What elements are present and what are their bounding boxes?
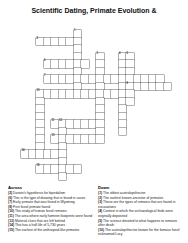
cell-r4c8[interactable] [81,60,89,68]
cell-r8c11[interactable] [104,90,112,98]
cell-r6c7[interactable] [74,75,82,83]
cell-r12c9[interactable] [89,120,97,128]
cell-r9c13[interactable] [119,98,127,106]
clue-number: (4) [98,209,103,213]
cell-r7c14[interactable]: 8 [126,83,134,91]
clue-number: (13) [8,219,15,223]
cell-r8c14[interactable] [126,90,134,98]
cell-r14c8[interactable] [81,135,89,143]
cell-r7c7[interactable] [74,83,82,91]
cell-r7c17[interactable] [149,83,157,91]
clue-number: (6) [8,196,13,200]
cell-number: 13 [52,135,55,138]
cell-r8c13[interactable] [119,90,127,98]
cell-r4c13[interactable] [119,60,127,68]
clue-item: (3) These are the types of remains that … [98,200,184,209]
cell-number: 7 [44,75,45,78]
cell-r6c6[interactable] [66,75,74,83]
cell-r6c4[interactable] [51,75,59,83]
page-title: Scientific Dating, Primate Evolution & [0,7,188,14]
cell-r6c8[interactable] [81,75,89,83]
cell-r12c4[interactable]: 11 [51,120,59,128]
cell-r12c8[interactable] [81,120,89,128]
cell-r16c0[interactable]: 14 [21,150,29,158]
cell-number: 2 [37,38,38,41]
cell-r8c10[interactable] [96,90,104,98]
cell-r6c17[interactable] [149,75,157,83]
clue-number: (14) [8,223,15,227]
clue-section: Across (2) Darwin's hypothesis for biped… [8,185,184,237]
across-clue-list: Across (2) Darwin's hypothesis for biped… [8,185,94,237]
cell-r6c9[interactable] [89,75,97,83]
cell-r13c10[interactable] [96,128,104,136]
cell-number: 14 [22,150,25,153]
cell-r13c5[interactable] [59,128,67,136]
cell-r1c2[interactable]: 2 [36,38,44,46]
clue-number: (8) [8,205,13,209]
cell-r12c6[interactable] [66,120,74,128]
cell-r6c14[interactable] [126,75,134,83]
clue-number: (15) [8,228,15,232]
cell-r14c5[interactable] [59,135,67,143]
cell-r6c12[interactable] [111,75,119,83]
clue-number: (5) [98,219,103,223]
cell-r12c13[interactable] [119,120,127,128]
across-header: Across [8,185,94,190]
cell-r14c4[interactable]: 13 [51,135,59,143]
clue-number: (10) [98,228,105,232]
cell-r18c3[interactable] [44,165,52,173]
cell-r11c2[interactable] [36,113,44,121]
cell-r8c8[interactable] [81,90,89,98]
cell-r11c13[interactable] [119,113,127,121]
cell-r1c7[interactable] [74,38,82,46]
cell-r0c7[interactable]: 1 [74,30,82,38]
cell-number: 6 [44,60,45,63]
cell-r18c2[interactable]: 15 [36,165,44,173]
cell-r10c10[interactable] [96,105,104,113]
cell-r7c13[interactable] [119,83,127,91]
cell-number: 5 [127,53,128,56]
cell-r5c7[interactable] [74,68,82,76]
cell-r19c5[interactable] [59,173,67,181]
cell-r6c16[interactable] [141,75,149,83]
cell-number: 8 [127,83,128,86]
cell-r4c10[interactable] [96,60,104,68]
cell-r5c10[interactable] [96,68,104,76]
clue-item: (15) The earliest of the anthropoid-like… [8,228,94,233]
cell-r7c16[interactable] [141,83,149,91]
cell-r16c1[interactable] [29,150,37,158]
cell-r14c7[interactable] [74,135,82,143]
cell-r8c12[interactable] [111,90,119,98]
cell-r6c15[interactable] [134,75,142,83]
cell-r14c2[interactable] [36,135,44,143]
cell-r10c13[interactable] [119,105,127,113]
cell-number: 12 [59,120,62,123]
cell-r9c2[interactable] [36,98,44,106]
cell-r6c18[interactable] [156,75,164,83]
cell-r8c9[interactable] [89,90,97,98]
cell-r4c14[interactable] [126,60,134,68]
cell-r4c6[interactable] [66,60,74,68]
cell-r3c14[interactable]: 5 [126,53,134,61]
cell-r4c5[interactable] [59,60,67,68]
cell-number: 10 [37,90,40,93]
down-clues-container: (1) The oldest australopithecine(2) The … [98,191,184,237]
cell-r7c19[interactable] [164,83,172,91]
cell-r4c3[interactable]: 6 [44,60,52,68]
cell-r16c5[interactable] [59,150,67,158]
clue-item: (10) The australopithecine known for the… [98,228,184,237]
cell-r8c3[interactable] [44,90,52,98]
cell-r6c13[interactable] [119,75,127,83]
cell-r13c2[interactable] [36,128,44,136]
cell-r8c5[interactable] [59,90,67,98]
cell-r8c2[interactable]: 10 [36,90,44,98]
cell-r16c3[interactable] [44,150,52,158]
cell-r12c5[interactable]: 12 [59,120,67,128]
clue-item: (11) The area where early hominin footpr… [8,214,94,219]
cell-r8c4[interactable] [51,90,59,98]
cell-r1c4[interactable] [51,38,59,46]
clue-number: (2) [98,196,103,200]
cell-r12c7[interactable] [74,120,82,128]
clue-number: (11) [8,214,15,218]
cell-r15c2[interactable] [36,143,44,151]
cell-number: 4 [119,53,120,56]
cell-r13c13[interactable] [119,128,127,136]
cell-r9c10[interactable] [96,98,104,106]
cell-r17c5[interactable] [59,158,67,166]
across-clues-container: (2) Darwin's hypothesis for bipedalism(6… [8,191,94,232]
down-clue-list: Down (1) The oldest australopithecine(2)… [98,185,184,237]
cell-r3c13[interactable]: 4 [119,53,127,61]
cell-r18c5[interactable] [59,165,67,173]
cell-r6c3[interactable]: 7 [44,75,52,83]
clue-number: (2) [8,191,13,195]
cell-r8c6[interactable] [66,90,74,98]
cell-r15c5[interactable] [59,143,67,151]
cell-r12c2[interactable] [36,120,44,128]
clue-item: (5) The science devoted to what happens … [98,219,184,228]
cell-r18c6[interactable] [66,165,74,173]
cell-r5c14[interactable] [126,68,134,76]
down-header: Down [98,185,184,190]
cell-r10c2[interactable] [36,105,44,113]
cell-r14c10[interactable] [96,135,104,143]
crossword-board[interactable]: 12345678101112131415 [21,30,171,180]
cell-r7c15[interactable] [134,83,142,91]
cell-number: 1 [74,30,75,33]
cell-r6c11[interactable] [104,75,112,83]
clue-number: (3) [98,200,103,204]
cell-r8c7[interactable] [74,90,82,98]
clue-item: (4) Context in which the archaeological … [98,209,184,218]
cell-r5c13[interactable] [119,68,127,76]
clue-number: (7) [8,200,13,204]
cell-r3c7[interactable] [74,53,82,61]
cell-r14c9[interactable] [89,135,97,143]
cell-r2c7[interactable] [74,45,82,53]
cell-r16c2[interactable] [36,150,44,158]
cell-r3c10[interactable]: 3 [96,53,104,61]
cell-r1c6[interactable] [66,38,74,46]
cell-r9c14[interactable] [126,98,134,106]
cell-r7c10[interactable] [96,83,104,91]
cell-r4c4[interactable] [51,60,59,68]
cell-r4c7[interactable] [74,60,82,68]
cell-r18c4[interactable] [51,165,59,173]
cell-number: 3 [97,53,98,56]
cell-r11c10[interactable] [96,113,104,121]
clue-number: (1) [98,191,103,195]
cell-r18c7[interactable] [74,165,82,173]
cell-number: 15 [37,165,40,168]
cell-r6c10[interactable] [96,75,104,83]
cell-r1c3[interactable] [44,38,52,46]
cell-r12c10[interactable] [96,120,104,128]
cell-r7c18[interactable] [156,83,164,91]
clue-number: (10) [8,209,15,213]
cell-r16c4[interactable] [51,150,59,158]
cell-r6c5[interactable] [59,75,67,83]
cell-r1c5[interactable] [59,38,67,46]
cell-number: 11 [52,120,55,123]
cell-r14c6[interactable] [66,135,74,143]
